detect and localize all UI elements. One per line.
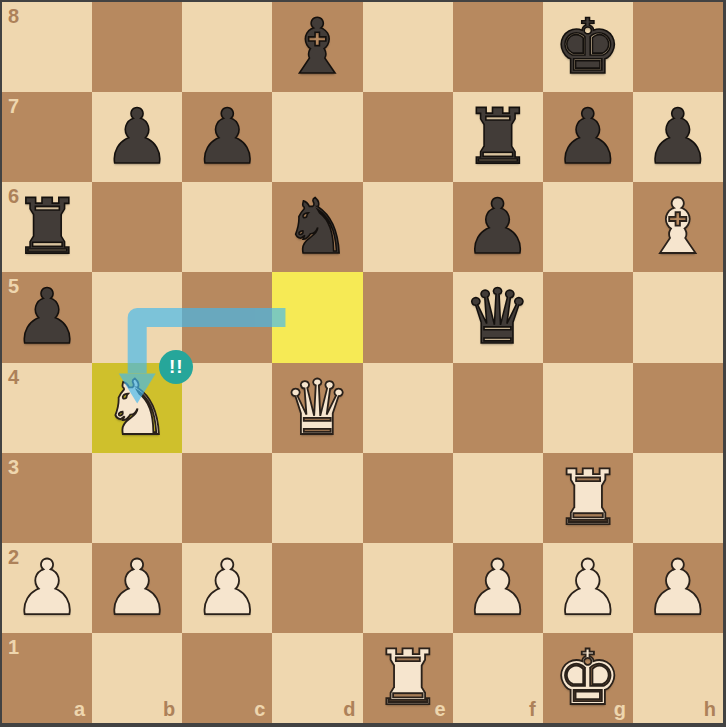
piece-black-pawn[interactable]: ♟ bbox=[13, 272, 81, 362]
square-b5[interactable] bbox=[92, 272, 182, 362]
piece-white-rook[interactable]: ♜ bbox=[554, 453, 622, 543]
piece-white-queen[interactable]: ♛ bbox=[283, 363, 351, 453]
board-grid: 8♝♚7♟♟♜♟♟6♜♞♟♝5♟♛4♞♛3♜2♟♟♟♟♟♟1abcde♜fg♚h bbox=[2, 2, 723, 723]
piece-white-pawn[interactable]: ♟ bbox=[103, 543, 171, 633]
square-f7[interactable]: ♜ bbox=[453, 92, 543, 182]
rank-label-4: 4 bbox=[8, 367, 19, 387]
square-b8[interactable] bbox=[92, 2, 182, 92]
square-g6[interactable] bbox=[543, 182, 633, 272]
square-e2[interactable] bbox=[363, 543, 453, 633]
piece-black-pawn[interactable]: ♟ bbox=[464, 182, 532, 272]
square-c1[interactable]: c bbox=[182, 633, 272, 723]
square-f3[interactable] bbox=[453, 453, 543, 543]
square-h4[interactable] bbox=[633, 363, 723, 453]
square-g7[interactable]: ♟ bbox=[543, 92, 633, 182]
file-label-h: h bbox=[704, 699, 716, 719]
square-h1[interactable]: h bbox=[633, 633, 723, 723]
rank-label-1: 1 bbox=[8, 637, 19, 657]
square-e4[interactable] bbox=[363, 363, 453, 453]
square-g8[interactable]: ♚ bbox=[543, 2, 633, 92]
square-e7[interactable] bbox=[363, 92, 453, 182]
square-a6[interactable]: 6♜ bbox=[2, 182, 92, 272]
square-a8[interactable]: 8 bbox=[2, 2, 92, 92]
piece-white-pawn[interactable]: ♟ bbox=[554, 543, 622, 633]
rank-label-8: 8 bbox=[8, 6, 19, 26]
piece-black-bishop[interactable]: ♝ bbox=[283, 2, 351, 92]
square-a1[interactable]: 1a bbox=[2, 633, 92, 723]
square-b4[interactable]: ♞ bbox=[92, 363, 182, 453]
square-c5[interactable] bbox=[182, 272, 272, 362]
square-h6[interactable]: ♝ bbox=[633, 182, 723, 272]
square-e5[interactable] bbox=[363, 272, 453, 362]
square-c7[interactable]: ♟ bbox=[182, 92, 272, 182]
file-label-b: b bbox=[163, 699, 175, 719]
square-h7[interactable]: ♟ bbox=[633, 92, 723, 182]
square-f6[interactable]: ♟ bbox=[453, 182, 543, 272]
square-d4[interactable]: ♛ bbox=[272, 363, 362, 453]
piece-black-king[interactable]: ♚ bbox=[554, 2, 622, 92]
piece-white-king[interactable]: ♚ bbox=[554, 633, 622, 723]
rank-label-7: 7 bbox=[8, 96, 19, 116]
square-e1[interactable]: e♜ bbox=[363, 633, 453, 723]
square-h5[interactable] bbox=[633, 272, 723, 362]
square-g4[interactable] bbox=[543, 363, 633, 453]
square-b2[interactable]: ♟ bbox=[92, 543, 182, 633]
rank-label-3: 3 bbox=[8, 457, 19, 477]
square-e3[interactable] bbox=[363, 453, 453, 543]
square-f2[interactable]: ♟ bbox=[453, 543, 543, 633]
square-d7[interactable] bbox=[272, 92, 362, 182]
square-h3[interactable] bbox=[633, 453, 723, 543]
square-a4[interactable]: 4 bbox=[2, 363, 92, 453]
square-g5[interactable] bbox=[543, 272, 633, 362]
square-b6[interactable] bbox=[92, 182, 182, 272]
piece-black-pawn[interactable]: ♟ bbox=[193, 92, 261, 182]
file-label-d: d bbox=[343, 699, 355, 719]
square-c3[interactable] bbox=[182, 453, 272, 543]
square-e8[interactable] bbox=[363, 2, 453, 92]
square-b3[interactable] bbox=[92, 453, 182, 543]
chess-board: 8♝♚7♟♟♜♟♟6♜♞♟♝5♟♛4♞♛3♜2♟♟♟♟♟♟1abcde♜fg♚h… bbox=[0, 0, 726, 727]
piece-white-pawn[interactable]: ♟ bbox=[193, 543, 261, 633]
square-g3[interactable]: ♜ bbox=[543, 453, 633, 543]
piece-black-pawn[interactable]: ♟ bbox=[103, 92, 171, 182]
piece-white-knight[interactable]: ♞ bbox=[103, 363, 171, 453]
square-f5[interactable]: ♛ bbox=[453, 272, 543, 362]
square-a5[interactable]: 5♟ bbox=[2, 272, 92, 362]
square-a2[interactable]: 2♟ bbox=[2, 543, 92, 633]
piece-black-pawn[interactable]: ♟ bbox=[644, 92, 712, 182]
square-a7[interactable]: 7 bbox=[2, 92, 92, 182]
square-g1[interactable]: g♚ bbox=[543, 633, 633, 723]
square-a3[interactable]: 3 bbox=[2, 453, 92, 543]
piece-white-pawn[interactable]: ♟ bbox=[644, 543, 712, 633]
piece-black-queen[interactable]: ♛ bbox=[464, 272, 532, 362]
square-c8[interactable] bbox=[182, 2, 272, 92]
square-d3[interactable] bbox=[272, 453, 362, 543]
square-c4[interactable] bbox=[182, 363, 272, 453]
square-c6[interactable] bbox=[182, 182, 272, 272]
square-g2[interactable]: ♟ bbox=[543, 543, 633, 633]
piece-white-rook[interactable]: ♜ bbox=[373, 633, 441, 723]
square-f1[interactable]: f bbox=[453, 633, 543, 723]
square-d2[interactable] bbox=[272, 543, 362, 633]
piece-white-bishop[interactable]: ♝ bbox=[644, 182, 712, 272]
piece-black-pawn[interactable]: ♟ bbox=[554, 92, 622, 182]
square-h8[interactable] bbox=[633, 2, 723, 92]
square-f8[interactable] bbox=[453, 2, 543, 92]
piece-black-rook[interactable]: ♜ bbox=[13, 182, 81, 272]
square-h2[interactable]: ♟ bbox=[633, 543, 723, 633]
piece-black-rook[interactable]: ♜ bbox=[464, 92, 532, 182]
square-d8[interactable]: ♝ bbox=[272, 2, 362, 92]
file-label-f: f bbox=[529, 699, 536, 719]
piece-white-pawn[interactable]: ♟ bbox=[13, 543, 81, 633]
file-label-c: c bbox=[254, 699, 265, 719]
square-d1[interactable]: d bbox=[272, 633, 362, 723]
piece-black-knight[interactable]: ♞ bbox=[283, 182, 351, 272]
piece-white-pawn[interactable]: ♟ bbox=[464, 543, 532, 633]
square-d5[interactable] bbox=[272, 272, 362, 362]
square-b7[interactable]: ♟ bbox=[92, 92, 182, 182]
square-f4[interactable] bbox=[453, 363, 543, 453]
square-d6[interactable]: ♞ bbox=[272, 182, 362, 272]
square-c2[interactable]: ♟ bbox=[182, 543, 272, 633]
square-b1[interactable]: b bbox=[92, 633, 182, 723]
file-label-a: a bbox=[74, 699, 85, 719]
square-e6[interactable] bbox=[363, 182, 453, 272]
